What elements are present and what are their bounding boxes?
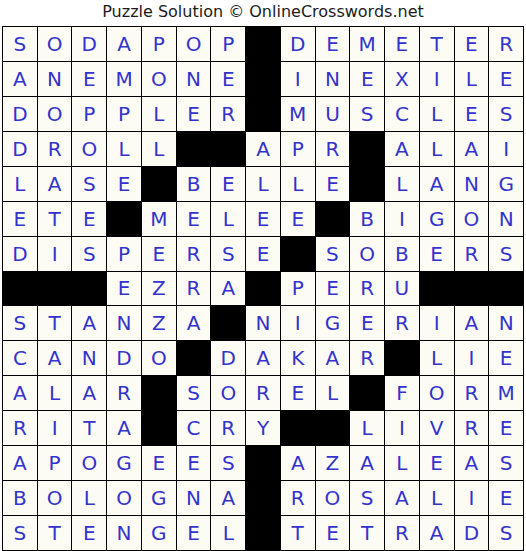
grid-cell: N bbox=[72, 341, 106, 375]
grid-cell: E bbox=[316, 167, 350, 201]
grid-cell: O bbox=[72, 132, 106, 166]
grid-cell: E bbox=[177, 446, 211, 480]
grid-cell: E bbox=[177, 202, 211, 236]
grid-cell: N bbox=[489, 306, 523, 340]
grid-cell: G bbox=[142, 516, 176, 550]
grid-cell: S bbox=[211, 237, 245, 271]
page-title: Puzzle Solution © OnlineCrosswords.net bbox=[0, 2, 526, 21]
grid-cell: I bbox=[281, 306, 315, 340]
grid-cell: M bbox=[142, 202, 176, 236]
grid-cell: O bbox=[420, 376, 454, 410]
grid-cell: I bbox=[489, 132, 523, 166]
grid-cell: Z bbox=[316, 446, 350, 480]
black-cell bbox=[455, 272, 489, 306]
grid-cell: T bbox=[281, 516, 315, 550]
grid-cell: E bbox=[350, 62, 384, 96]
grid-cell: R bbox=[489, 27, 523, 61]
black-cell bbox=[316, 411, 350, 445]
black-cell bbox=[246, 27, 280, 61]
grid-cell: O bbox=[72, 446, 106, 480]
grid-cell: T bbox=[420, 27, 454, 61]
grid-cell: E bbox=[316, 272, 350, 306]
black-cell bbox=[281, 237, 315, 271]
grid-cell: A bbox=[211, 272, 245, 306]
grid-cell: E bbox=[455, 27, 489, 61]
grid-cell: T bbox=[38, 202, 72, 236]
grid-cell: A bbox=[455, 132, 489, 166]
grid-cell: P bbox=[142, 27, 176, 61]
grid-cell: E bbox=[420, 237, 454, 271]
black-cell bbox=[246, 97, 280, 131]
black-cell bbox=[246, 272, 280, 306]
grid-cell: T bbox=[350, 516, 384, 550]
grid-cell: R bbox=[211, 411, 245, 445]
grid-cell: R bbox=[455, 411, 489, 445]
black-cell bbox=[350, 167, 384, 201]
grid-cell: E bbox=[142, 237, 176, 271]
grid-cell: D bbox=[3, 97, 37, 131]
grid-cell: P bbox=[107, 237, 141, 271]
grid-cell: K bbox=[281, 341, 315, 375]
grid-cell: A bbox=[177, 306, 211, 340]
grid-cell: S bbox=[72, 237, 106, 271]
grid-cell: E bbox=[211, 62, 245, 96]
grid-cell: N bbox=[316, 62, 350, 96]
grid-cell: E bbox=[246, 202, 280, 236]
grid-cell: A bbox=[3, 446, 37, 480]
grid-cell: P bbox=[72, 97, 106, 131]
black-cell bbox=[177, 341, 211, 375]
grid-cell: B bbox=[385, 237, 419, 271]
grid-cell: N bbox=[38, 62, 72, 96]
grid-cell: D bbox=[72, 27, 106, 61]
grid-cell: L bbox=[281, 167, 315, 201]
grid-cell: E bbox=[489, 62, 523, 96]
grid-cell: E bbox=[420, 446, 454, 480]
grid-cell: R bbox=[107, 376, 141, 410]
grid-cell: G bbox=[420, 202, 454, 236]
grid-cell: E bbox=[385, 27, 419, 61]
grid-cell: A bbox=[385, 132, 419, 166]
grid-cell: D bbox=[3, 237, 37, 271]
grid-cell: M bbox=[489, 376, 523, 410]
grid-cell: E bbox=[177, 516, 211, 550]
grid-cell: D bbox=[281, 27, 315, 61]
grid-cell: U bbox=[316, 97, 350, 131]
grid-cell: O bbox=[38, 481, 72, 515]
grid-cell: I bbox=[455, 481, 489, 515]
grid-cell: E bbox=[281, 376, 315, 410]
grid-cell: O bbox=[350, 237, 384, 271]
grid-cell: D bbox=[107, 341, 141, 375]
grid-cell: I bbox=[420, 62, 454, 96]
grid-cell: R bbox=[3, 411, 37, 445]
grid-cell: L bbox=[385, 446, 419, 480]
grid-cell: I bbox=[385, 202, 419, 236]
grid-cell: I bbox=[38, 411, 72, 445]
grid-cell: P bbox=[38, 446, 72, 480]
grid-cell: S bbox=[350, 97, 384, 131]
black-cell bbox=[142, 167, 176, 201]
grid-cell: E bbox=[72, 62, 106, 96]
grid-cell: N bbox=[177, 62, 211, 96]
grid-cell: E bbox=[177, 97, 211, 131]
grid-cell: L bbox=[142, 97, 176, 131]
grid-cell: L bbox=[420, 132, 454, 166]
black-cell bbox=[420, 272, 454, 306]
grid-cell: E bbox=[281, 202, 315, 236]
grid-cell: T bbox=[72, 411, 106, 445]
black-cell bbox=[246, 62, 280, 96]
grid-cell: S bbox=[489, 237, 523, 271]
grid-cell: S bbox=[3, 306, 37, 340]
grid-cell: L bbox=[385, 167, 419, 201]
grid-cell: N bbox=[107, 516, 141, 550]
grid-cell: B bbox=[3, 481, 37, 515]
grid-cell: S bbox=[3, 516, 37, 550]
grid-cell: R bbox=[177, 237, 211, 271]
grid-cell: P bbox=[281, 272, 315, 306]
grid-cell: E bbox=[489, 341, 523, 375]
grid-cell: P bbox=[281, 132, 315, 166]
black-cell bbox=[72, 272, 106, 306]
grid-cell: M bbox=[281, 97, 315, 131]
grid-cell: S bbox=[316, 237, 350, 271]
black-cell bbox=[177, 132, 211, 166]
grid-cell: S bbox=[3, 27, 37, 61]
black-cell bbox=[350, 376, 384, 410]
grid-cell: A bbox=[420, 516, 454, 550]
black-cell bbox=[107, 202, 141, 236]
grid-cell: A bbox=[3, 62, 37, 96]
grid-cell: O bbox=[177, 27, 211, 61]
grid-cell: F bbox=[385, 376, 419, 410]
grid-cell: D bbox=[3, 132, 37, 166]
grid-cell: C bbox=[177, 411, 211, 445]
grid-cell: B bbox=[177, 167, 211, 201]
grid-cell: L bbox=[38, 376, 72, 410]
grid-cell: G bbox=[107, 446, 141, 480]
grid-cell: X bbox=[385, 62, 419, 96]
grid-cell: E bbox=[455, 97, 489, 131]
grid-cell: R bbox=[246, 376, 280, 410]
grid-cell: S bbox=[489, 97, 523, 131]
grid-cell: A bbox=[420, 167, 454, 201]
grid-cell: N bbox=[455, 167, 489, 201]
grid-cell: A bbox=[38, 167, 72, 201]
grid-cell: S bbox=[211, 446, 245, 480]
grid-cell: O bbox=[38, 27, 72, 61]
grid-cell: D bbox=[455, 516, 489, 550]
grid-cell: M bbox=[350, 27, 384, 61]
grid-cell: S bbox=[489, 446, 523, 480]
grid-cell: R bbox=[211, 97, 245, 131]
grid-cell: L bbox=[350, 411, 384, 445]
black-cell bbox=[211, 306, 245, 340]
grid-cell: R bbox=[350, 341, 384, 375]
grid-cell: E bbox=[316, 516, 350, 550]
grid-cell: E bbox=[72, 516, 106, 550]
grid-cell: T bbox=[38, 516, 72, 550]
grid-cell: E bbox=[316, 27, 350, 61]
grid-cell: L bbox=[211, 516, 245, 550]
grid-cell: A bbox=[246, 132, 280, 166]
black-cell bbox=[211, 132, 245, 166]
grid-cell: E bbox=[3, 202, 37, 236]
grid-cell: E bbox=[489, 481, 523, 515]
grid-cell: N bbox=[246, 306, 280, 340]
grid-cell: Y bbox=[246, 411, 280, 445]
black-cell bbox=[142, 411, 176, 445]
grid-cell: E bbox=[72, 202, 106, 236]
grid-cell: A bbox=[455, 306, 489, 340]
grid-cell: A bbox=[350, 446, 384, 480]
grid-cell: L bbox=[246, 167, 280, 201]
grid-cell: I bbox=[385, 411, 419, 445]
grid-cell: A bbox=[316, 341, 350, 375]
grid-cell: O bbox=[316, 481, 350, 515]
black-cell bbox=[316, 202, 350, 236]
crossword-grid: SODAPOPDEMETERANEMONEINEXILEDOPPLERMUSCL… bbox=[2, 26, 524, 551]
grid-cell: R bbox=[38, 132, 72, 166]
grid-cell: Z bbox=[142, 272, 176, 306]
grid-cell: R bbox=[350, 272, 384, 306]
grid-cell: S bbox=[177, 376, 211, 410]
grid-cell: I bbox=[281, 62, 315, 96]
grid-cell: B bbox=[350, 202, 384, 236]
grid-cell: E bbox=[489, 411, 523, 445]
black-cell bbox=[281, 411, 315, 445]
grid-cell: L bbox=[3, 167, 37, 201]
grid-cell: E bbox=[107, 272, 141, 306]
grid-cell: U bbox=[385, 272, 419, 306]
grid-cell: N bbox=[107, 306, 141, 340]
grid-cell: O bbox=[107, 481, 141, 515]
grid-cell: N bbox=[177, 481, 211, 515]
grid-cell: A bbox=[72, 376, 106, 410]
grid-cell: Z bbox=[142, 306, 176, 340]
grid-cell: E bbox=[246, 237, 280, 271]
grid-cell: A bbox=[38, 341, 72, 375]
grid-cell: N bbox=[489, 202, 523, 236]
grid-cell: O bbox=[38, 97, 72, 131]
grid-cell: E bbox=[350, 306, 384, 340]
grid-cell: P bbox=[107, 97, 141, 131]
grid-cell: L bbox=[142, 132, 176, 166]
black-cell bbox=[246, 446, 280, 480]
grid-cell: E bbox=[211, 167, 245, 201]
grid-cell: E bbox=[107, 167, 141, 201]
grid-cell: G bbox=[489, 167, 523, 201]
grid-cell: I bbox=[420, 306, 454, 340]
grid-cell: R bbox=[385, 306, 419, 340]
grid-cell: D bbox=[211, 341, 245, 375]
black-cell bbox=[142, 376, 176, 410]
grid-cell: R bbox=[385, 516, 419, 550]
grid-cell: O bbox=[142, 341, 176, 375]
grid-cell: C bbox=[385, 97, 419, 131]
grid-cell: L bbox=[107, 132, 141, 166]
black-cell bbox=[246, 481, 280, 515]
grid-cell: S bbox=[72, 167, 106, 201]
grid-cell: R bbox=[281, 481, 315, 515]
grid-cell: R bbox=[177, 272, 211, 306]
grid-cell: M bbox=[107, 62, 141, 96]
grid-cell: P bbox=[211, 27, 245, 61]
grid-cell: O bbox=[455, 202, 489, 236]
black-cell bbox=[489, 272, 523, 306]
grid-cell: L bbox=[420, 97, 454, 131]
grid-cell: G bbox=[142, 481, 176, 515]
grid-cell: S bbox=[350, 481, 384, 515]
grid-cell: I bbox=[38, 237, 72, 271]
black-cell bbox=[38, 272, 72, 306]
grid-cell: R bbox=[455, 237, 489, 271]
black-cell bbox=[350, 132, 384, 166]
black-cell bbox=[385, 341, 419, 375]
grid-cell: L bbox=[72, 481, 106, 515]
grid-cell: O bbox=[142, 62, 176, 96]
black-cell bbox=[246, 516, 280, 550]
grid-cell: L bbox=[420, 341, 454, 375]
grid-cell: A bbox=[455, 446, 489, 480]
grid-cell: A bbox=[385, 481, 419, 515]
grid-cell: A bbox=[107, 411, 141, 445]
grid-cell: V bbox=[420, 411, 454, 445]
grid-cell: R bbox=[316, 132, 350, 166]
grid-cell: L bbox=[420, 481, 454, 515]
grid-cell: A bbox=[107, 27, 141, 61]
grid-cell: G bbox=[316, 306, 350, 340]
grid-cell: I bbox=[455, 341, 489, 375]
grid-cell: O bbox=[211, 376, 245, 410]
grid-cell: L bbox=[211, 202, 245, 236]
grid-cell: T bbox=[38, 306, 72, 340]
grid-cell: E bbox=[142, 446, 176, 480]
grid-cell: A bbox=[72, 306, 106, 340]
grid-cell: A bbox=[211, 481, 245, 515]
grid-cell: A bbox=[3, 376, 37, 410]
grid-cell: S bbox=[489, 516, 523, 550]
grid-cell: A bbox=[246, 341, 280, 375]
black-cell bbox=[3, 272, 37, 306]
grid-cell: A bbox=[281, 446, 315, 480]
grid-cell: C bbox=[3, 341, 37, 375]
grid-cell: L bbox=[455, 62, 489, 96]
grid-cell: R bbox=[455, 376, 489, 410]
grid-cell: L bbox=[316, 376, 350, 410]
